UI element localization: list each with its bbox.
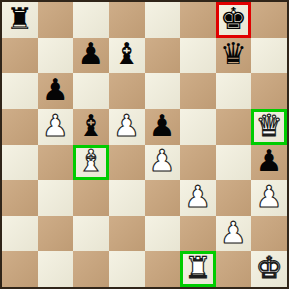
square-e6[interactable] — [145, 73, 181, 109]
square-g4[interactable] — [216, 145, 252, 181]
piece-white-pawn-f3[interactable]: ♟ — [184, 182, 211, 212]
square-f8[interactable] — [180, 2, 216, 38]
square-e2[interactable] — [145, 216, 181, 252]
square-e8[interactable] — [145, 2, 181, 38]
square-c3[interactable] — [73, 180, 109, 216]
piece-black-pawn-h4[interactable]: ♟ — [256, 146, 283, 176]
square-d6[interactable] — [109, 73, 145, 109]
chess-board: ♜♚♟♝♛♟♟♝♟♟♛♝♟♟♟♟♟♜♚ — [0, 0, 289, 289]
square-f7[interactable] — [180, 38, 216, 74]
square-d8[interactable] — [109, 2, 145, 38]
square-h2[interactable] — [251, 216, 287, 252]
square-b1[interactable] — [38, 251, 74, 287]
square-d4[interactable] — [109, 145, 145, 181]
piece-white-pawn-d5[interactable]: ♟ — [113, 111, 140, 141]
square-c5[interactable]: ♝ — [73, 109, 109, 145]
square-b4[interactable] — [38, 145, 74, 181]
square-d2[interactable] — [109, 216, 145, 252]
square-a1[interactable] — [2, 251, 38, 287]
square-f5[interactable] — [180, 109, 216, 145]
square-g3[interactable] — [216, 180, 252, 216]
square-g2[interactable]: ♟ — [216, 216, 252, 252]
piece-white-queen-h5[interactable]: ♛ — [256, 111, 283, 141]
piece-black-pawn-e5[interactable]: ♟ — [149, 111, 176, 141]
square-g8[interactable]: ♚ — [216, 2, 252, 38]
piece-white-bishop-c4[interactable]: ♝ — [78, 146, 105, 176]
square-b7[interactable] — [38, 38, 74, 74]
square-c8[interactable] — [73, 2, 109, 38]
square-b5[interactable]: ♟ — [38, 109, 74, 145]
square-e4[interactable]: ♟ — [145, 145, 181, 181]
square-d7[interactable]: ♝ — [109, 38, 145, 74]
square-h3[interactable]: ♟ — [251, 180, 287, 216]
piece-white-king-h1[interactable]: ♚ — [256, 253, 283, 283]
piece-black-bishop-d7[interactable]: ♝ — [113, 39, 140, 69]
square-f3[interactable]: ♟ — [180, 180, 216, 216]
square-e3[interactable] — [145, 180, 181, 216]
square-e1[interactable] — [145, 251, 181, 287]
square-f6[interactable] — [180, 73, 216, 109]
square-a6[interactable] — [2, 73, 38, 109]
square-g1[interactable] — [216, 251, 252, 287]
square-a4[interactable] — [2, 145, 38, 181]
square-a3[interactable] — [2, 180, 38, 216]
square-a5[interactable] — [2, 109, 38, 145]
square-f1[interactable]: ♜ — [180, 251, 216, 287]
square-h8[interactable] — [251, 2, 287, 38]
square-h5[interactable]: ♛ — [251, 109, 287, 145]
square-h1[interactable]: ♚ — [251, 251, 287, 287]
square-e7[interactable] — [145, 38, 181, 74]
square-c7[interactable]: ♟ — [73, 38, 109, 74]
square-g7[interactable]: ♛ — [216, 38, 252, 74]
piece-white-pawn-g2[interactable]: ♟ — [220, 218, 247, 248]
square-a2[interactable] — [2, 216, 38, 252]
piece-black-pawn-c7[interactable]: ♟ — [78, 39, 105, 69]
square-b6[interactable]: ♟ — [38, 73, 74, 109]
square-c4[interactable]: ♝ — [73, 145, 109, 181]
piece-black-pawn-b6[interactable]: ♟ — [42, 75, 69, 105]
square-b8[interactable] — [38, 2, 74, 38]
square-h7[interactable] — [251, 38, 287, 74]
piece-white-pawn-e4[interactable]: ♟ — [149, 146, 176, 176]
square-h6[interactable] — [251, 73, 287, 109]
piece-white-pawn-b5[interactable]: ♟ — [42, 111, 69, 141]
piece-white-pawn-h3[interactable]: ♟ — [256, 182, 283, 212]
piece-white-rook-f1[interactable]: ♜ — [184, 253, 211, 283]
square-d1[interactable] — [109, 251, 145, 287]
square-c1[interactable] — [73, 251, 109, 287]
square-a7[interactable] — [2, 38, 38, 74]
square-f4[interactable] — [180, 145, 216, 181]
piece-black-king-g8[interactable]: ♚ — [220, 4, 247, 34]
square-f2[interactable] — [180, 216, 216, 252]
square-e5[interactable]: ♟ — [145, 109, 181, 145]
square-h4[interactable]: ♟ — [251, 145, 287, 181]
square-b3[interactable] — [38, 180, 74, 216]
square-d3[interactable] — [109, 180, 145, 216]
piece-black-bishop-c5[interactable]: ♝ — [78, 111, 105, 141]
square-d5[interactable]: ♟ — [109, 109, 145, 145]
square-b2[interactable] — [38, 216, 74, 252]
square-c6[interactable] — [73, 73, 109, 109]
square-g6[interactable] — [216, 73, 252, 109]
square-a8[interactable]: ♜ — [2, 2, 38, 38]
square-c2[interactable] — [73, 216, 109, 252]
piece-black-queen-g7[interactable]: ♛ — [220, 39, 247, 69]
piece-black-rook-a8[interactable]: ♜ — [6, 4, 33, 34]
square-g5[interactable] — [216, 109, 252, 145]
